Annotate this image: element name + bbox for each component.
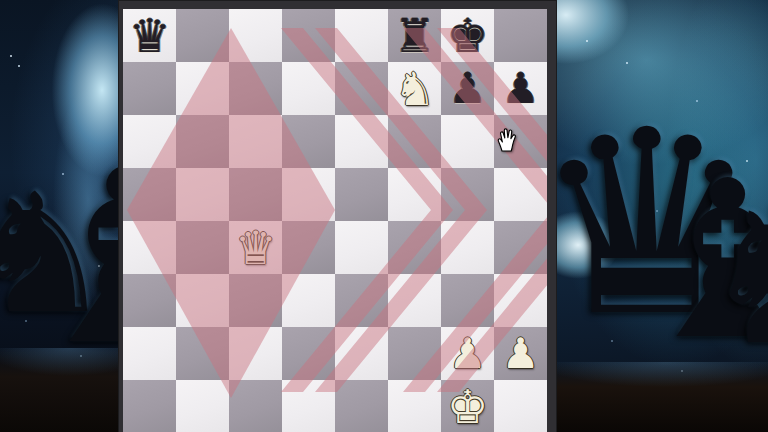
square-b2[interactable] xyxy=(176,327,229,380)
square-e2[interactable] xyxy=(335,327,388,380)
square-a6[interactable] xyxy=(123,115,176,168)
screenshot-root: ♞♝ ♛♝♞ ♛♜♚♞♟♟♛♟♟♚ xyxy=(0,0,768,432)
square-g1[interactable]: ♚ xyxy=(441,380,494,432)
stars-decor xyxy=(586,40,588,42)
square-g8[interactable]: ♚ xyxy=(441,9,494,62)
square-c4[interactable]: ♛ xyxy=(229,221,282,274)
chess-board[interactable]: ♛♜♚♞♟♟♛♟♟♚ xyxy=(123,9,547,432)
piece-black-pawn: ♟ xyxy=(494,62,547,115)
square-h1[interactable] xyxy=(494,380,547,432)
piece-white-pawn: ♟ xyxy=(441,327,494,380)
piece-white-pawn: ♟ xyxy=(494,327,547,380)
square-b5[interactable] xyxy=(176,168,229,221)
square-e7[interactable] xyxy=(335,62,388,115)
square-h8[interactable] xyxy=(494,9,547,62)
piece-black-king: ♚ xyxy=(441,9,494,62)
piece-white-queen: ♛ xyxy=(229,221,282,274)
square-a3[interactable] xyxy=(123,274,176,327)
square-h3[interactable] xyxy=(494,274,547,327)
piece-white-knight: ♞ xyxy=(388,62,441,115)
square-c2[interactable] xyxy=(229,327,282,380)
square-d8[interactable] xyxy=(282,9,335,62)
background-right: ♛♝♞ xyxy=(556,0,768,432)
square-f3[interactable] xyxy=(388,274,441,327)
square-c3[interactable] xyxy=(229,274,282,327)
square-e1[interactable] xyxy=(335,380,388,432)
piece-black-queen: ♛ xyxy=(123,9,176,62)
square-a2[interactable] xyxy=(123,327,176,380)
square-e5[interactable] xyxy=(335,168,388,221)
bg-bishop-silhouette: ♝ xyxy=(18,138,118,378)
piece-black-pawn: ♟ xyxy=(441,62,494,115)
square-e3[interactable] xyxy=(335,274,388,327)
square-a7[interactable] xyxy=(123,62,176,115)
square-e4[interactable] xyxy=(335,221,388,274)
square-c6[interactable] xyxy=(229,115,282,168)
square-a1[interactable] xyxy=(123,380,176,432)
square-c5[interactable] xyxy=(229,168,282,221)
square-g5[interactable] xyxy=(441,168,494,221)
square-c1[interactable] xyxy=(229,380,282,432)
square-g7[interactable]: ♟ xyxy=(441,62,494,115)
square-d1[interactable] xyxy=(282,380,335,432)
square-f8[interactable]: ♜ xyxy=(388,9,441,62)
square-h2[interactable]: ♟ xyxy=(494,327,547,380)
square-a4[interactable] xyxy=(123,221,176,274)
square-d6[interactable] xyxy=(282,115,335,168)
chess-board-frame: ♛♜♚♞♟♟♛♟♟♚ xyxy=(118,0,557,432)
square-a8[interactable]: ♛ xyxy=(123,9,176,62)
square-f4[interactable] xyxy=(388,221,441,274)
square-h4[interactable] xyxy=(494,221,547,274)
square-c8[interactable] xyxy=(229,9,282,62)
square-f1[interactable] xyxy=(388,380,441,432)
square-a5[interactable] xyxy=(123,168,176,221)
piece-white-king: ♚ xyxy=(441,380,494,432)
square-c7[interactable] xyxy=(229,62,282,115)
stone-ground-left xyxy=(0,348,118,432)
square-d3[interactable] xyxy=(282,274,335,327)
square-g6[interactable] xyxy=(441,115,494,168)
square-g4[interactable] xyxy=(441,221,494,274)
square-g3[interactable] xyxy=(441,274,494,327)
square-b1[interactable] xyxy=(176,380,229,432)
square-f7[interactable]: ♞ xyxy=(388,62,441,115)
square-e6[interactable] xyxy=(335,115,388,168)
hand-cursor xyxy=(495,125,519,153)
square-f6[interactable] xyxy=(388,115,441,168)
square-b8[interactable] xyxy=(176,9,229,62)
square-h7[interactable]: ♟ xyxy=(494,62,547,115)
stars-decor xyxy=(10,55,12,57)
square-b3[interactable] xyxy=(176,274,229,327)
square-f2[interactable] xyxy=(388,327,441,380)
square-g2[interactable]: ♟ xyxy=(441,327,494,380)
bg-knight-silhouette: ♞ xyxy=(698,180,768,372)
piece-black-rook: ♜ xyxy=(388,9,441,62)
square-b4[interactable] xyxy=(176,221,229,274)
square-h5[interactable] xyxy=(494,168,547,221)
square-e8[interactable] xyxy=(335,9,388,62)
square-d4[interactable] xyxy=(282,221,335,274)
stone-ground-right xyxy=(556,362,768,432)
square-f5[interactable] xyxy=(388,168,441,221)
square-b7[interactable] xyxy=(176,62,229,115)
square-d2[interactable] xyxy=(282,327,335,380)
square-d7[interactable] xyxy=(282,62,335,115)
square-b6[interactable] xyxy=(176,115,229,168)
background-left: ♞♝ xyxy=(0,0,118,432)
square-d5[interactable] xyxy=(282,168,335,221)
